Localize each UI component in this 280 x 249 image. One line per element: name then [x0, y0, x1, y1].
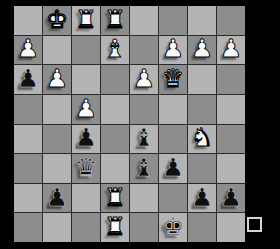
black-bishop-piece[interactable]: ♝ — [133, 125, 155, 150]
white-king-piece[interactable]: ♚ — [46, 7, 68, 32]
square-h2[interactable]: ♟ — [217, 184, 245, 213]
square-f5[interactable] — [159, 95, 187, 124]
square-h3[interactable] — [217, 154, 245, 183]
square-f3[interactable]: ♟ — [159, 154, 187, 183]
square-c3[interactable]: ♛ — [72, 154, 100, 183]
black-pawn-piece[interactable]: ♟ — [75, 125, 97, 150]
white-knight-piece[interactable]: ♞ — [191, 125, 213, 150]
square-a8[interactable] — [14, 6, 42, 35]
square-b1[interactable] — [43, 213, 71, 242]
square-c4[interactable]: ♟ — [72, 125, 100, 154]
square-d2[interactable]: ♜ — [101, 184, 129, 213]
square-h5[interactable] — [217, 95, 245, 124]
black-king-piece[interactable]: ♚ — [162, 214, 184, 239]
square-c2[interactable] — [72, 184, 100, 213]
square-d8[interactable]: ♜ — [101, 6, 129, 35]
square-c1[interactable] — [72, 213, 100, 242]
square-d3[interactable] — [101, 154, 129, 183]
square-c6[interactable] — [72, 65, 100, 94]
square-e6[interactable]: ♟ — [130, 65, 158, 94]
square-g3[interactable] — [188, 154, 216, 183]
white-pawn-piece[interactable]: ♟ — [133, 66, 155, 91]
square-a6[interactable]: ♟ — [14, 65, 42, 94]
black-bishop-piece[interactable]: ♝ — [133, 155, 155, 180]
square-b3[interactable] — [43, 154, 71, 183]
black-queen-piece[interactable]: ♛ — [75, 155, 97, 180]
square-a5[interactable] — [14, 95, 42, 124]
white-rook-piece[interactable]: ♜ — [75, 7, 97, 32]
square-b6[interactable]: ♟ — [43, 65, 71, 94]
square-g5[interactable] — [188, 95, 216, 124]
square-b8[interactable]: ♚ — [43, 6, 71, 35]
white-pawn-piece[interactable]: ♟ — [191, 36, 213, 61]
square-d1[interactable]: ♜ — [101, 213, 129, 242]
white-rook-piece[interactable]: ♜ — [104, 7, 126, 32]
square-e3[interactable]: ♝ — [130, 154, 158, 183]
square-c7[interactable] — [72, 36, 100, 65]
square-f7[interactable]: ♟ — [159, 36, 187, 65]
square-a7[interactable]: ♟ — [14, 36, 42, 65]
square-h8[interactable] — [217, 6, 245, 35]
chess-board: ♚♜♜♟♝♟♟♟♟♟♟♛♟♟♝♞♛♝♟♟♜♟♟♜♚ — [13, 5, 246, 243]
chess-app-window: ♚♜♜♟♝♟♟♟♟♟♟♛♟♟♝♞♛♝♟♟♜♟♟♜♚ — [0, 0, 280, 249]
square-e4[interactable]: ♝ — [130, 125, 158, 154]
square-a2[interactable] — [14, 184, 42, 213]
square-b7[interactable] — [43, 36, 71, 65]
black-pawn-piece[interactable]: ♟ — [46, 185, 68, 210]
black-pawn-piece[interactable]: ♟ — [220, 185, 242, 210]
square-d7[interactable]: ♝ — [101, 36, 129, 65]
square-a3[interactable] — [14, 154, 42, 183]
white-queen-piece[interactable]: ♛ — [162, 66, 184, 91]
square-g4[interactable]: ♞ — [188, 125, 216, 154]
square-d4[interactable] — [101, 125, 129, 154]
white-bishop-piece[interactable]: ♝ — [104, 36, 126, 61]
square-b5[interactable] — [43, 95, 71, 124]
square-d6[interactable] — [101, 65, 129, 94]
square-b2[interactable]: ♟ — [43, 184, 71, 213]
square-a1[interactable] — [14, 213, 42, 242]
square-e7[interactable] — [130, 36, 158, 65]
square-d5[interactable] — [101, 95, 129, 124]
square-g8[interactable] — [188, 6, 216, 35]
square-f8[interactable] — [159, 6, 187, 35]
square-e2[interactable] — [130, 184, 158, 213]
square-c8[interactable]: ♜ — [72, 6, 100, 35]
white-rook-piece[interactable]: ♜ — [104, 185, 126, 210]
white-pawn-piece[interactable]: ♟ — [75, 96, 97, 121]
square-h6[interactable] — [217, 65, 245, 94]
white-rook-piece[interactable]: ♜ — [104, 214, 126, 239]
square-f2[interactable] — [159, 184, 187, 213]
square-g7[interactable]: ♟ — [188, 36, 216, 65]
square-a4[interactable] — [14, 125, 42, 154]
white-pawn-piece[interactable]: ♟ — [46, 66, 68, 91]
square-c5[interactable]: ♟ — [72, 95, 100, 124]
square-h7[interactable]: ♟ — [217, 36, 245, 65]
square-g1[interactable] — [188, 213, 216, 242]
square-e5[interactable] — [130, 95, 158, 124]
square-b4[interactable] — [43, 125, 71, 154]
white-pawn-piece[interactable]: ♟ — [162, 36, 184, 61]
side-to-move-indicator — [247, 217, 262, 232]
black-pawn-piece[interactable]: ♟ — [191, 185, 213, 210]
square-f4[interactable] — [159, 125, 187, 154]
square-e8[interactable] — [130, 6, 158, 35]
white-pawn-piece[interactable]: ♟ — [17, 36, 39, 61]
black-pawn-piece[interactable]: ♟ — [162, 155, 184, 180]
white-pawn-piece[interactable]: ♟ — [220, 36, 242, 61]
square-h1[interactable] — [217, 213, 245, 242]
square-g2[interactable]: ♟ — [188, 184, 216, 213]
black-pawn-piece[interactable]: ♟ — [17, 66, 39, 91]
square-h4[interactable] — [217, 125, 245, 154]
square-f6[interactable]: ♛ — [159, 65, 187, 94]
square-f1[interactable]: ♚ — [159, 213, 187, 242]
square-e1[interactable] — [130, 213, 158, 242]
square-g6[interactable] — [188, 65, 216, 94]
